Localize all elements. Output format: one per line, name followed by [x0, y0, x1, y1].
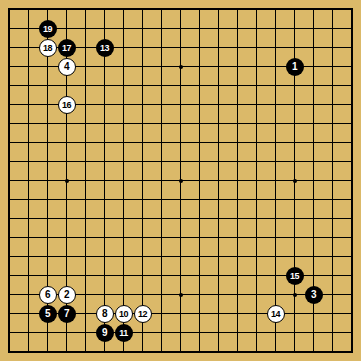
intersection-R4: 3 [304, 285, 323, 304]
stones-layer: 12345678910111213141516171819 [0, 0, 361, 361]
intersection-C18: 19 [38, 19, 57, 38]
stone-number: 12 [138, 309, 147, 319]
stone-number: 7 [64, 308, 69, 319]
stone-black-11[interactable]: 11 [115, 324, 133, 342]
stone-number: 19 [43, 24, 52, 34]
stone-white-4[interactable]: 4 [58, 58, 76, 76]
intersection-D3: 7 [57, 304, 76, 323]
stone-number: 6 [45, 289, 50, 300]
stone-number: 11 [119, 328, 128, 338]
stone-black-1[interactable]: 1 [286, 58, 304, 76]
stone-white-6[interactable]: 6 [39, 286, 57, 304]
go-board[interactable]: 12345678910111213141516171819 [0, 0, 361, 361]
stone-black-3[interactable]: 3 [305, 286, 323, 304]
stone-number: 17 [62, 43, 71, 53]
intersection-F17: 13 [95, 38, 114, 57]
stone-white-16[interactable]: 16 [58, 96, 76, 114]
stone-white-8[interactable]: 8 [96, 305, 114, 323]
intersection-Q5: 15 [285, 266, 304, 285]
intersection-D16: 4 [57, 57, 76, 76]
stone-number: 10 [119, 309, 128, 319]
stone-white-14[interactable]: 14 [267, 305, 285, 323]
intersection-G2: 11 [114, 323, 133, 342]
intersection-C3: 5 [38, 304, 57, 323]
intersection-F2: 9 [95, 323, 114, 342]
stone-number: 3 [311, 289, 316, 300]
intersection-D17: 17 [57, 38, 76, 57]
stone-white-2[interactable]: 2 [58, 286, 76, 304]
stone-number: 5 [45, 308, 50, 319]
intersection-D4: 2 [57, 285, 76, 304]
stone-number: 4 [64, 61, 69, 72]
intersection-Q16: 1 [285, 57, 304, 76]
stone-number: 15 [290, 271, 299, 281]
stone-number: 2 [64, 289, 69, 300]
stone-black-5[interactable]: 5 [39, 305, 57, 323]
stone-number: 8 [102, 308, 107, 319]
stone-number: 14 [271, 309, 280, 319]
stone-black-9[interactable]: 9 [96, 324, 114, 342]
intersection-F3: 8 [95, 304, 114, 323]
stone-white-10[interactable]: 10 [115, 305, 133, 323]
stone-number: 9 [102, 327, 107, 338]
intersection-C4: 6 [38, 285, 57, 304]
stone-black-15[interactable]: 15 [286, 267, 304, 285]
stone-black-19[interactable]: 19 [39, 20, 57, 38]
intersection-H3: 12 [133, 304, 152, 323]
stone-white-12[interactable]: 12 [134, 305, 152, 323]
stone-number: 1 [292, 61, 297, 72]
intersection-C17: 18 [38, 38, 57, 57]
stone-black-17[interactable]: 17 [58, 39, 76, 57]
stone-black-13[interactable]: 13 [96, 39, 114, 57]
intersection-G3: 10 [114, 304, 133, 323]
intersection-D14: 16 [57, 95, 76, 114]
stone-white-18[interactable]: 18 [39, 39, 57, 57]
stone-number: 16 [62, 100, 71, 110]
intersection-P3: 14 [266, 304, 285, 323]
stone-black-7[interactable]: 7 [58, 305, 76, 323]
stone-number: 18 [43, 43, 52, 53]
stone-number: 13 [100, 43, 109, 53]
